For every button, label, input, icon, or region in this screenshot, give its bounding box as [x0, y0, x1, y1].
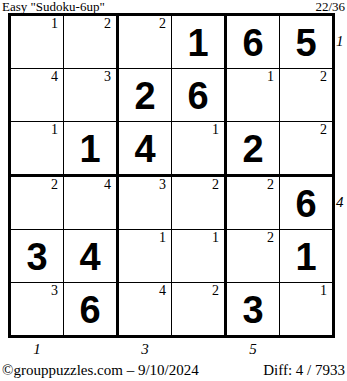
cell-r5c1: 3 — [11, 230, 64, 283]
pencil-mark: 1 — [51, 123, 58, 137]
page-title: Easy "Sudoku-6up" — [2, 0, 105, 13]
pencil-mark: 2 — [320, 70, 327, 84]
cell-r6c6[interactable]: 1 — [280, 283, 332, 335]
given-digit: 6 — [280, 177, 332, 229]
pencil-mark: 4 — [159, 284, 166, 298]
cell-r2c3: 2 — [119, 69, 172, 122]
progress-counter: 22/36 — [315, 0, 345, 13]
given-digit: 2 — [119, 69, 171, 121]
given-digit: 3 — [227, 283, 279, 335]
pencil-mark: 3 — [104, 70, 111, 84]
given-digit: 3 — [11, 230, 63, 282]
given-digit: 6 — [227, 16, 279, 68]
cell-r3c2: 1 — [64, 122, 119, 177]
cell-r2c1[interactable]: 4 — [11, 69, 64, 122]
pencil-mark: 1 — [267, 70, 274, 84]
given-digit: 1 — [172, 16, 224, 68]
given-digit: 5 — [280, 16, 332, 68]
given-digit: 6 — [172, 69, 224, 121]
given-digit: 4 — [64, 230, 116, 282]
pencil-mark: 1 — [320, 284, 327, 298]
cell-r3c5: 2 — [227, 122, 280, 177]
cell-r3c1[interactable]: 1 — [11, 122, 64, 177]
cell-r5c6: 1 — [280, 230, 332, 283]
puzzle-page: Easy "Sudoku-6up" 22/36 1221654326121141… — [0, 0, 347, 381]
given-digit: 6 — [64, 283, 116, 335]
pencil-mark: 2 — [212, 178, 219, 192]
cell-r1c3[interactable]: 2 — [119, 16, 172, 69]
given-digit: 1 — [280, 230, 332, 282]
cell-r1c5: 6 — [227, 16, 280, 69]
given-digit: 4 — [119, 122, 171, 174]
cell-r2c5[interactable]: 1 — [227, 69, 280, 122]
cell-r4c3[interactable]: 3 — [119, 177, 172, 230]
pencil-mark: 3 — [51, 284, 58, 298]
given-digit: 2 — [227, 122, 279, 174]
cell-r4c1[interactable]: 2 — [11, 177, 64, 230]
pencil-mark: 1 — [51, 17, 58, 31]
cell-r6c1[interactable]: 3 — [11, 283, 64, 335]
pencil-mark: 2 — [104, 17, 111, 31]
copyright-text: ©grouppuzzles.com – 9/10/2024 — [2, 363, 199, 378]
pencil-mark: 4 — [104, 178, 111, 192]
header: Easy "Sudoku-6up" 22/36 — [2, 0, 345, 13]
cell-r5c5[interactable]: 2 — [227, 230, 280, 283]
cell-r2c6[interactable]: 2 — [280, 69, 332, 122]
cell-r6c3[interactable]: 4 — [119, 283, 172, 335]
pencil-mark: 3 — [159, 178, 166, 192]
pencil-mark: 2 — [51, 178, 58, 192]
col-label-5: 5 — [227, 341, 279, 357]
col-label-1: 1 — [11, 341, 63, 357]
cell-r4c2[interactable]: 4 — [64, 177, 119, 230]
difficulty-text: Diff: 4 / 7933 — [263, 363, 345, 378]
cell-r6c2: 6 — [64, 283, 119, 335]
footer: ©grouppuzzles.com – 9/10/2024 Diff: 4 / … — [2, 363, 345, 378]
cell-r3c4[interactable]: 1 — [172, 122, 227, 177]
cell-r4c4[interactable]: 2 — [172, 177, 227, 230]
row-label-1: 1 — [336, 33, 347, 49]
cell-r6c4[interactable]: 2 — [172, 283, 227, 335]
pencil-mark: 2 — [159, 17, 166, 31]
pencil-mark: 2 — [267, 178, 274, 192]
cell-r6c5: 3 — [227, 283, 280, 335]
col-label-3: 3 — [119, 341, 171, 357]
cell-r3c3: 4 — [119, 122, 172, 177]
pencil-mark: 2 — [212, 284, 219, 298]
cell-r1c1[interactable]: 1 — [11, 16, 64, 69]
cell-r3c6[interactable]: 2 — [280, 122, 332, 177]
cell-r1c4: 1 — [172, 16, 227, 69]
cell-r2c2[interactable]: 3 — [64, 69, 119, 122]
pencil-mark: 2 — [320, 123, 327, 137]
cell-r5c2: 4 — [64, 230, 119, 283]
pencil-mark: 1 — [212, 231, 219, 245]
given-digit: 1 — [64, 122, 116, 174]
cell-r4c5[interactable]: 2 — [227, 177, 280, 230]
pencil-mark: 1 — [212, 123, 219, 137]
row-label-4: 4 — [336, 194, 347, 210]
sudoku-board: 122165432612114122243226341121364231 — [8, 13, 335, 338]
cell-r1c6: 5 — [280, 16, 332, 69]
cell-r2c4: 6 — [172, 69, 227, 122]
cell-r4c6: 6 — [280, 177, 332, 230]
cell-r1c2[interactable]: 2 — [64, 16, 119, 69]
pencil-mark: 1 — [159, 231, 166, 245]
cell-r5c4[interactable]: 1 — [172, 230, 227, 283]
pencil-mark: 4 — [51, 70, 58, 84]
pencil-mark: 2 — [267, 231, 274, 245]
cell-r5c3[interactable]: 1 — [119, 230, 172, 283]
